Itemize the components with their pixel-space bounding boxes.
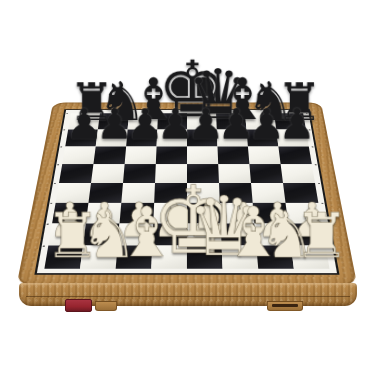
square-h7[interactable]: ♟	[276, 129, 309, 146]
folding-seam	[26, 296, 351, 297]
square-h1[interactable]: ♜	[291, 246, 330, 269]
square-b6[interactable]	[93, 146, 126, 164]
piece-black-pawn[interactable]: ♟	[217, 104, 247, 146]
square-c7[interactable]: ♟	[126, 129, 157, 146]
board-margin: ♜♞♝♚♛♝♞♜♟♟♟♟♟♟♟♟♟♟♟♟♟♟♟♟♜♞♝♚♛♝♞♜	[34, 109, 339, 274]
chess-scene: ♜♞♝♚♛♝♞♜♟♟♟♟♟♟♟♟♟♟♟♟♟♟♟♟♜♞♝♚♛♝♞♜	[0, 0, 375, 375]
square-a5[interactable]	[59, 164, 93, 183]
square-g7[interactable]: ♟	[246, 129, 278, 146]
piece-white-rook[interactable]: ♜	[294, 205, 330, 267]
square-d7[interactable]: ♟	[157, 129, 187, 146]
hinge-tab-left	[95, 301, 117, 311]
chess-board: ♜♞♝♚♛♝♞♜♟♟♟♟♟♟♟♟♟♟♟♟♟♟♟♟♜♞♝♚♛♝♞♜	[17, 102, 358, 285]
square-a7[interactable]: ♟	[65, 129, 98, 146]
hinge-tab-right	[267, 301, 303, 311]
square-e7[interactable]: ♟	[187, 129, 217, 146]
piece-white-rook[interactable]: ♜	[45, 205, 81, 267]
square-f7[interactable]: ♟	[217, 129, 248, 146]
piece-black-pawn[interactable]: ♟	[187, 104, 217, 146]
piece-black-pawn[interactable]: ♟	[278, 104, 308, 146]
square-b5[interactable]	[91, 164, 125, 183]
square-h6[interactable]	[278, 146, 311, 164]
piece-white-knight[interactable]: ♞	[80, 203, 116, 267]
piece-white-bishop[interactable]: ♝	[116, 198, 152, 267]
frame-front-edge	[19, 283, 357, 306]
square-b7[interactable]: ♟	[96, 129, 128, 146]
piece-white-knight[interactable]: ♞	[258, 203, 294, 267]
red-latch[interactable]	[65, 299, 92, 312]
square-g1[interactable]: ♞	[256, 246, 294, 269]
square-a1[interactable]: ♜	[44, 246, 83, 269]
square-h5[interactable]	[281, 164, 315, 183]
square-f1[interactable]: ♝	[222, 246, 259, 269]
square-d6[interactable]	[156, 146, 187, 164]
square-g6[interactable]	[248, 146, 281, 164]
piece-black-pawn[interactable]: ♟	[65, 104, 95, 146]
wood-frame: ♜♞♝♚♛♝♞♜♟♟♟♟♟♟♟♟♟♟♟♟♟♟♟♟♜♞♝♚♛♝♞♜	[17, 102, 358, 285]
square-e6[interactable]	[187, 146, 218, 164]
square-e1[interactable]: ♛	[187, 246, 223, 269]
piece-white-queen[interactable]: ♛	[187, 185, 223, 267]
product-photo: ♜♞♝♚♛♝♞♜♟♟♟♟♟♟♟♟♟♟♟♟♟♟♟♟♜♞♝♚♛♝♞♜	[0, 0, 375, 375]
piece-black-pawn[interactable]: ♟	[157, 104, 187, 146]
piece-black-pawn[interactable]: ♟	[248, 104, 278, 146]
square-c6[interactable]	[125, 146, 157, 164]
square-c1[interactable]: ♝	[116, 246, 153, 269]
piece-white-bishop[interactable]: ♝	[223, 198, 259, 267]
square-d1[interactable]: ♚	[151, 246, 187, 269]
square-b1[interactable]: ♞	[80, 246, 118, 269]
piece-black-pawn[interactable]: ♟	[126, 104, 156, 146]
piece-black-pawn[interactable]: ♟	[96, 104, 126, 146]
latch-slot	[272, 304, 298, 307]
square-f6[interactable]	[217, 146, 249, 164]
piece-white-king[interactable]: ♚	[151, 174, 187, 267]
square-a6[interactable]	[62, 146, 95, 164]
board-grid: ♜♞♝♚♛♝♞♜♟♟♟♟♟♟♟♟♟♟♟♟♟♟♟♟♜♞♝♚♛♝♞♜	[44, 113, 329, 269]
